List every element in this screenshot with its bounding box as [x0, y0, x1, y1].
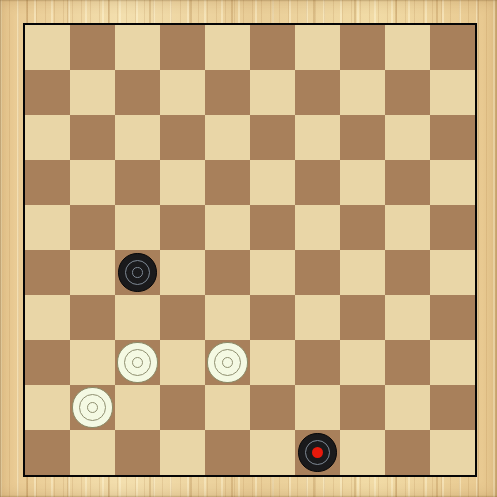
square-r7-c6[interactable] [295, 340, 340, 385]
square-r5-c3[interactable] [160, 250, 205, 295]
white-man-piece[interactable] [72, 387, 112, 427]
square-r3-c5[interactable] [250, 160, 295, 205]
square-r5-c9[interactable] [430, 250, 475, 295]
square-r1-c3[interactable] [160, 70, 205, 115]
square-r8-c8[interactable] [385, 385, 430, 430]
piece-center-circle [222, 357, 233, 368]
square-r1-c2[interactable] [115, 70, 160, 115]
piece-outer-ring [124, 349, 151, 376]
square-r3-c0[interactable] [25, 160, 70, 205]
square-r6-c0[interactable] [25, 295, 70, 340]
square-r3-c6[interactable] [295, 160, 340, 205]
black-man-piece[interactable] [118, 253, 156, 291]
square-r6-c3[interactable] [160, 295, 205, 340]
square-r9-c0[interactable] [25, 430, 70, 475]
piece-outer-ring [79, 394, 106, 421]
square-r7-c7[interactable] [340, 340, 385, 385]
square-r9-c9[interactable] [430, 430, 475, 475]
square-r4-c0[interactable] [25, 205, 70, 250]
square-r6-c4[interactable] [205, 295, 250, 340]
square-r1-c8[interactable] [385, 70, 430, 115]
square-r8-c7[interactable] [340, 385, 385, 430]
square-r4-c4[interactable] [205, 205, 250, 250]
square-r7-c2[interactable] [115, 340, 160, 385]
square-r6-c7[interactable] [340, 295, 385, 340]
square-r1-c1[interactable] [70, 70, 115, 115]
square-r1-c4[interactable] [205, 70, 250, 115]
square-r4-c3[interactable] [160, 205, 205, 250]
piece-center-circle [132, 357, 143, 368]
square-r4-c2[interactable] [115, 205, 160, 250]
square-r5-c4[interactable] [205, 250, 250, 295]
square-r3-c3[interactable] [160, 160, 205, 205]
square-r4-c8[interactable] [385, 205, 430, 250]
square-r7-c3[interactable] [160, 340, 205, 385]
square-r2-c5[interactable] [250, 115, 295, 160]
square-r2-c1[interactable] [70, 115, 115, 160]
square-r1-c0[interactable] [25, 70, 70, 115]
square-r4-c1[interactable] [70, 205, 115, 250]
square-r4-c9[interactable] [430, 205, 475, 250]
square-r5-c5[interactable] [250, 250, 295, 295]
piece-outer-ring [125, 260, 151, 286]
square-r1-c7[interactable] [340, 70, 385, 115]
square-r2-c4[interactable] [205, 115, 250, 160]
square-r8-c0[interactable] [25, 385, 70, 430]
square-r2-c9[interactable] [430, 115, 475, 160]
square-r0-c7[interactable] [340, 25, 385, 70]
square-r9-c5[interactable] [250, 430, 295, 475]
square-r2-c2[interactable] [115, 115, 160, 160]
square-r7-c5[interactable] [250, 340, 295, 385]
square-r5-c7[interactable] [340, 250, 385, 295]
square-r9-c8[interactable] [385, 430, 430, 475]
square-r9-c6[interactable] [295, 430, 340, 475]
piece-center-circle [87, 402, 98, 413]
square-r5-c2[interactable] [115, 250, 160, 295]
square-r8-c5[interactable] [250, 385, 295, 430]
square-r0-c5[interactable] [250, 25, 295, 70]
king-red-dot-marker [312, 447, 323, 458]
piece-outer-ring [305, 440, 331, 466]
square-r3-c2[interactable] [115, 160, 160, 205]
square-r7-c1[interactable] [70, 340, 115, 385]
square-r3-c4[interactable] [205, 160, 250, 205]
square-r9-c1[interactable] [70, 430, 115, 475]
piece-outer-ring [214, 349, 241, 376]
square-r2-c3[interactable] [160, 115, 205, 160]
square-r5-c8[interactable] [385, 250, 430, 295]
checkers-app-window [0, 0, 497, 497]
square-r7-c9[interactable] [430, 340, 475, 385]
square-r6-c1[interactable] [70, 295, 115, 340]
square-r4-c6[interactable] [295, 205, 340, 250]
square-r1-c5[interactable] [250, 70, 295, 115]
square-r0-c9[interactable] [430, 25, 475, 70]
square-r1-c9[interactable] [430, 70, 475, 115]
square-r6-c2[interactable] [115, 295, 160, 340]
piece-center-circle [132, 267, 142, 277]
square-r8-c4[interactable] [205, 385, 250, 430]
square-r0-c6[interactable] [295, 25, 340, 70]
square-r8-c2[interactable] [115, 385, 160, 430]
square-r9-c3[interactable] [160, 430, 205, 475]
square-r0-c0[interactable] [25, 25, 70, 70]
square-r3-c7[interactable] [340, 160, 385, 205]
square-r0-c2[interactable] [115, 25, 160, 70]
square-r0-c8[interactable] [385, 25, 430, 70]
square-r8-c9[interactable] [430, 385, 475, 430]
square-r9-c7[interactable] [340, 430, 385, 475]
square-r5-c6[interactable] [295, 250, 340, 295]
black-king-piece[interactable] [298, 433, 336, 471]
square-r7-c0[interactable] [25, 340, 70, 385]
square-r0-c3[interactable] [160, 25, 205, 70]
square-r0-c4[interactable] [205, 25, 250, 70]
square-r3-c1[interactable] [70, 160, 115, 205]
square-r6-c8[interactable] [385, 295, 430, 340]
square-r4-c7[interactable] [340, 205, 385, 250]
square-r8-c6[interactable] [295, 385, 340, 430]
square-r5-c0[interactable] [25, 250, 70, 295]
square-r9-c4[interactable] [205, 430, 250, 475]
square-r2-c0[interactable] [25, 115, 70, 160]
square-r7-c8[interactable] [385, 340, 430, 385]
square-r4-c5[interactable] [250, 205, 295, 250]
square-r6-c5[interactable] [250, 295, 295, 340]
square-r8-c1[interactable] [70, 385, 115, 430]
square-r9-c2[interactable] [115, 430, 160, 475]
square-r3-c9[interactable] [430, 160, 475, 205]
square-r3-c8[interactable] [385, 160, 430, 205]
square-r2-c7[interactable] [340, 115, 385, 160]
square-r7-c4[interactable] [205, 340, 250, 385]
square-r2-c6[interactable] [295, 115, 340, 160]
square-r6-c9[interactable] [430, 295, 475, 340]
square-r1-c6[interactable] [295, 70, 340, 115]
white-man-piece[interactable] [207, 342, 247, 382]
white-man-piece[interactable] [117, 342, 157, 382]
square-r2-c8[interactable] [385, 115, 430, 160]
square-r6-c6[interactable] [295, 295, 340, 340]
square-r0-c1[interactable] [70, 25, 115, 70]
checkers-board [23, 23, 477, 477]
square-r5-c1[interactable] [70, 250, 115, 295]
square-r8-c3[interactable] [160, 385, 205, 430]
